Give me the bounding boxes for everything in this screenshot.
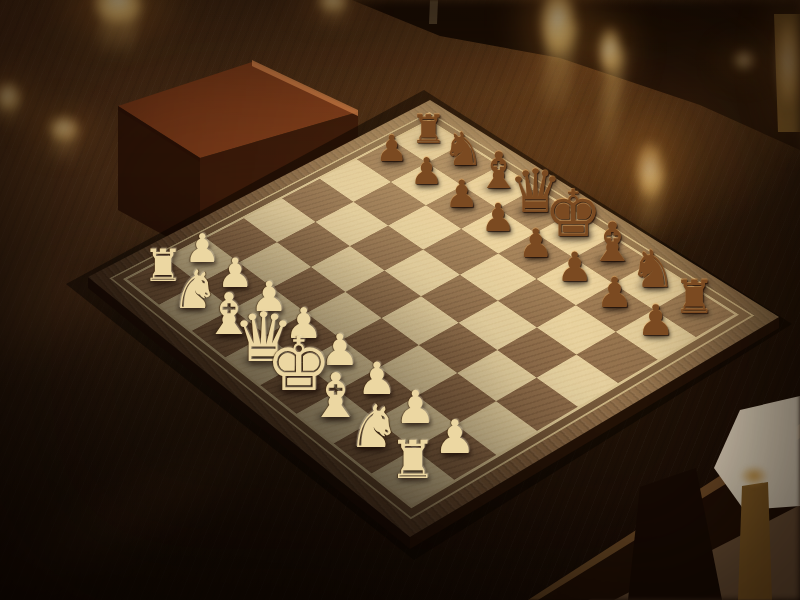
- piece-black-pawn-a7[interactable]: ♟: [376, 132, 408, 168]
- piece-black-pawn-h7[interactable]: ♟: [637, 300, 675, 342]
- piece-black-pawn-f7[interactable]: ♟: [556, 248, 592, 288]
- piece-white-rook-h1[interactable]: ♜: [389, 434, 436, 487]
- piece-white-pawn-h2[interactable]: ♟: [434, 414, 476, 461]
- piece-black-pawn-d7[interactable]: ♟: [481, 199, 516, 238]
- scene: ♜♞♝♛♚♝♞♜♟♟♟♟♟♟♟♟♟♟♟♟♟♟♟♟♜♞♝♛♚♝♞♜: [0, 0, 800, 600]
- piece-black-rook-a8[interactable]: ♜: [410, 110, 445, 149]
- piece-black-knight-g8[interactable]: ♞: [629, 243, 675, 295]
- piece-black-pawn-e7[interactable]: ♟: [518, 223, 553, 262]
- piece-black-pawn-c7[interactable]: ♟: [445, 176, 479, 214]
- piece-black-pawn-b7[interactable]: ♟: [410, 154, 443, 191]
- piece-black-pawn-g7[interactable]: ♟: [596, 274, 633, 315]
- piece-black-rook-h8[interactable]: ♜: [673, 274, 714, 320]
- piece-white-pawn-g2[interactable]: ♟: [395, 385, 436, 430]
